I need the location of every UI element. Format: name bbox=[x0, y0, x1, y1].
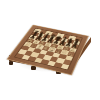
chess-set-photo: ♜♞♝♛♚♝♞♜♟♟♟♟♟♟♟♟♙♙♙♙♙♙♙♙♖♘♗♕♔♗♘♖ bbox=[0, 0, 100, 100]
scene: ♜♞♝♛♚♝♞♜♟♟♟♟♟♟♟♟♙♙♙♙♙♙♙♙♖♘♗♕♔♗♘♖ bbox=[0, 0, 100, 100]
board-wooden-frame: ♜♞♝♛♚♝♞♜♟♟♟♟♟♟♟♟♙♙♙♙♙♙♙♙♖♘♗♕♔♗♘♖ bbox=[7, 25, 89, 76]
chess-board: ♜♞♝♛♚♝♞♜♟♟♟♟♟♟♟♟♙♙♙♙♙♙♙♙♖♘♗♕♔♗♘♖ bbox=[7, 25, 89, 76]
board-cell bbox=[60, 63, 69, 69]
board-grid: ♜♞♝♛♚♝♞♜♟♟♟♟♟♟♟♟♙♙♙♙♙♙♙♙♖♘♗♕♔♗♘♖ bbox=[15, 29, 82, 70]
